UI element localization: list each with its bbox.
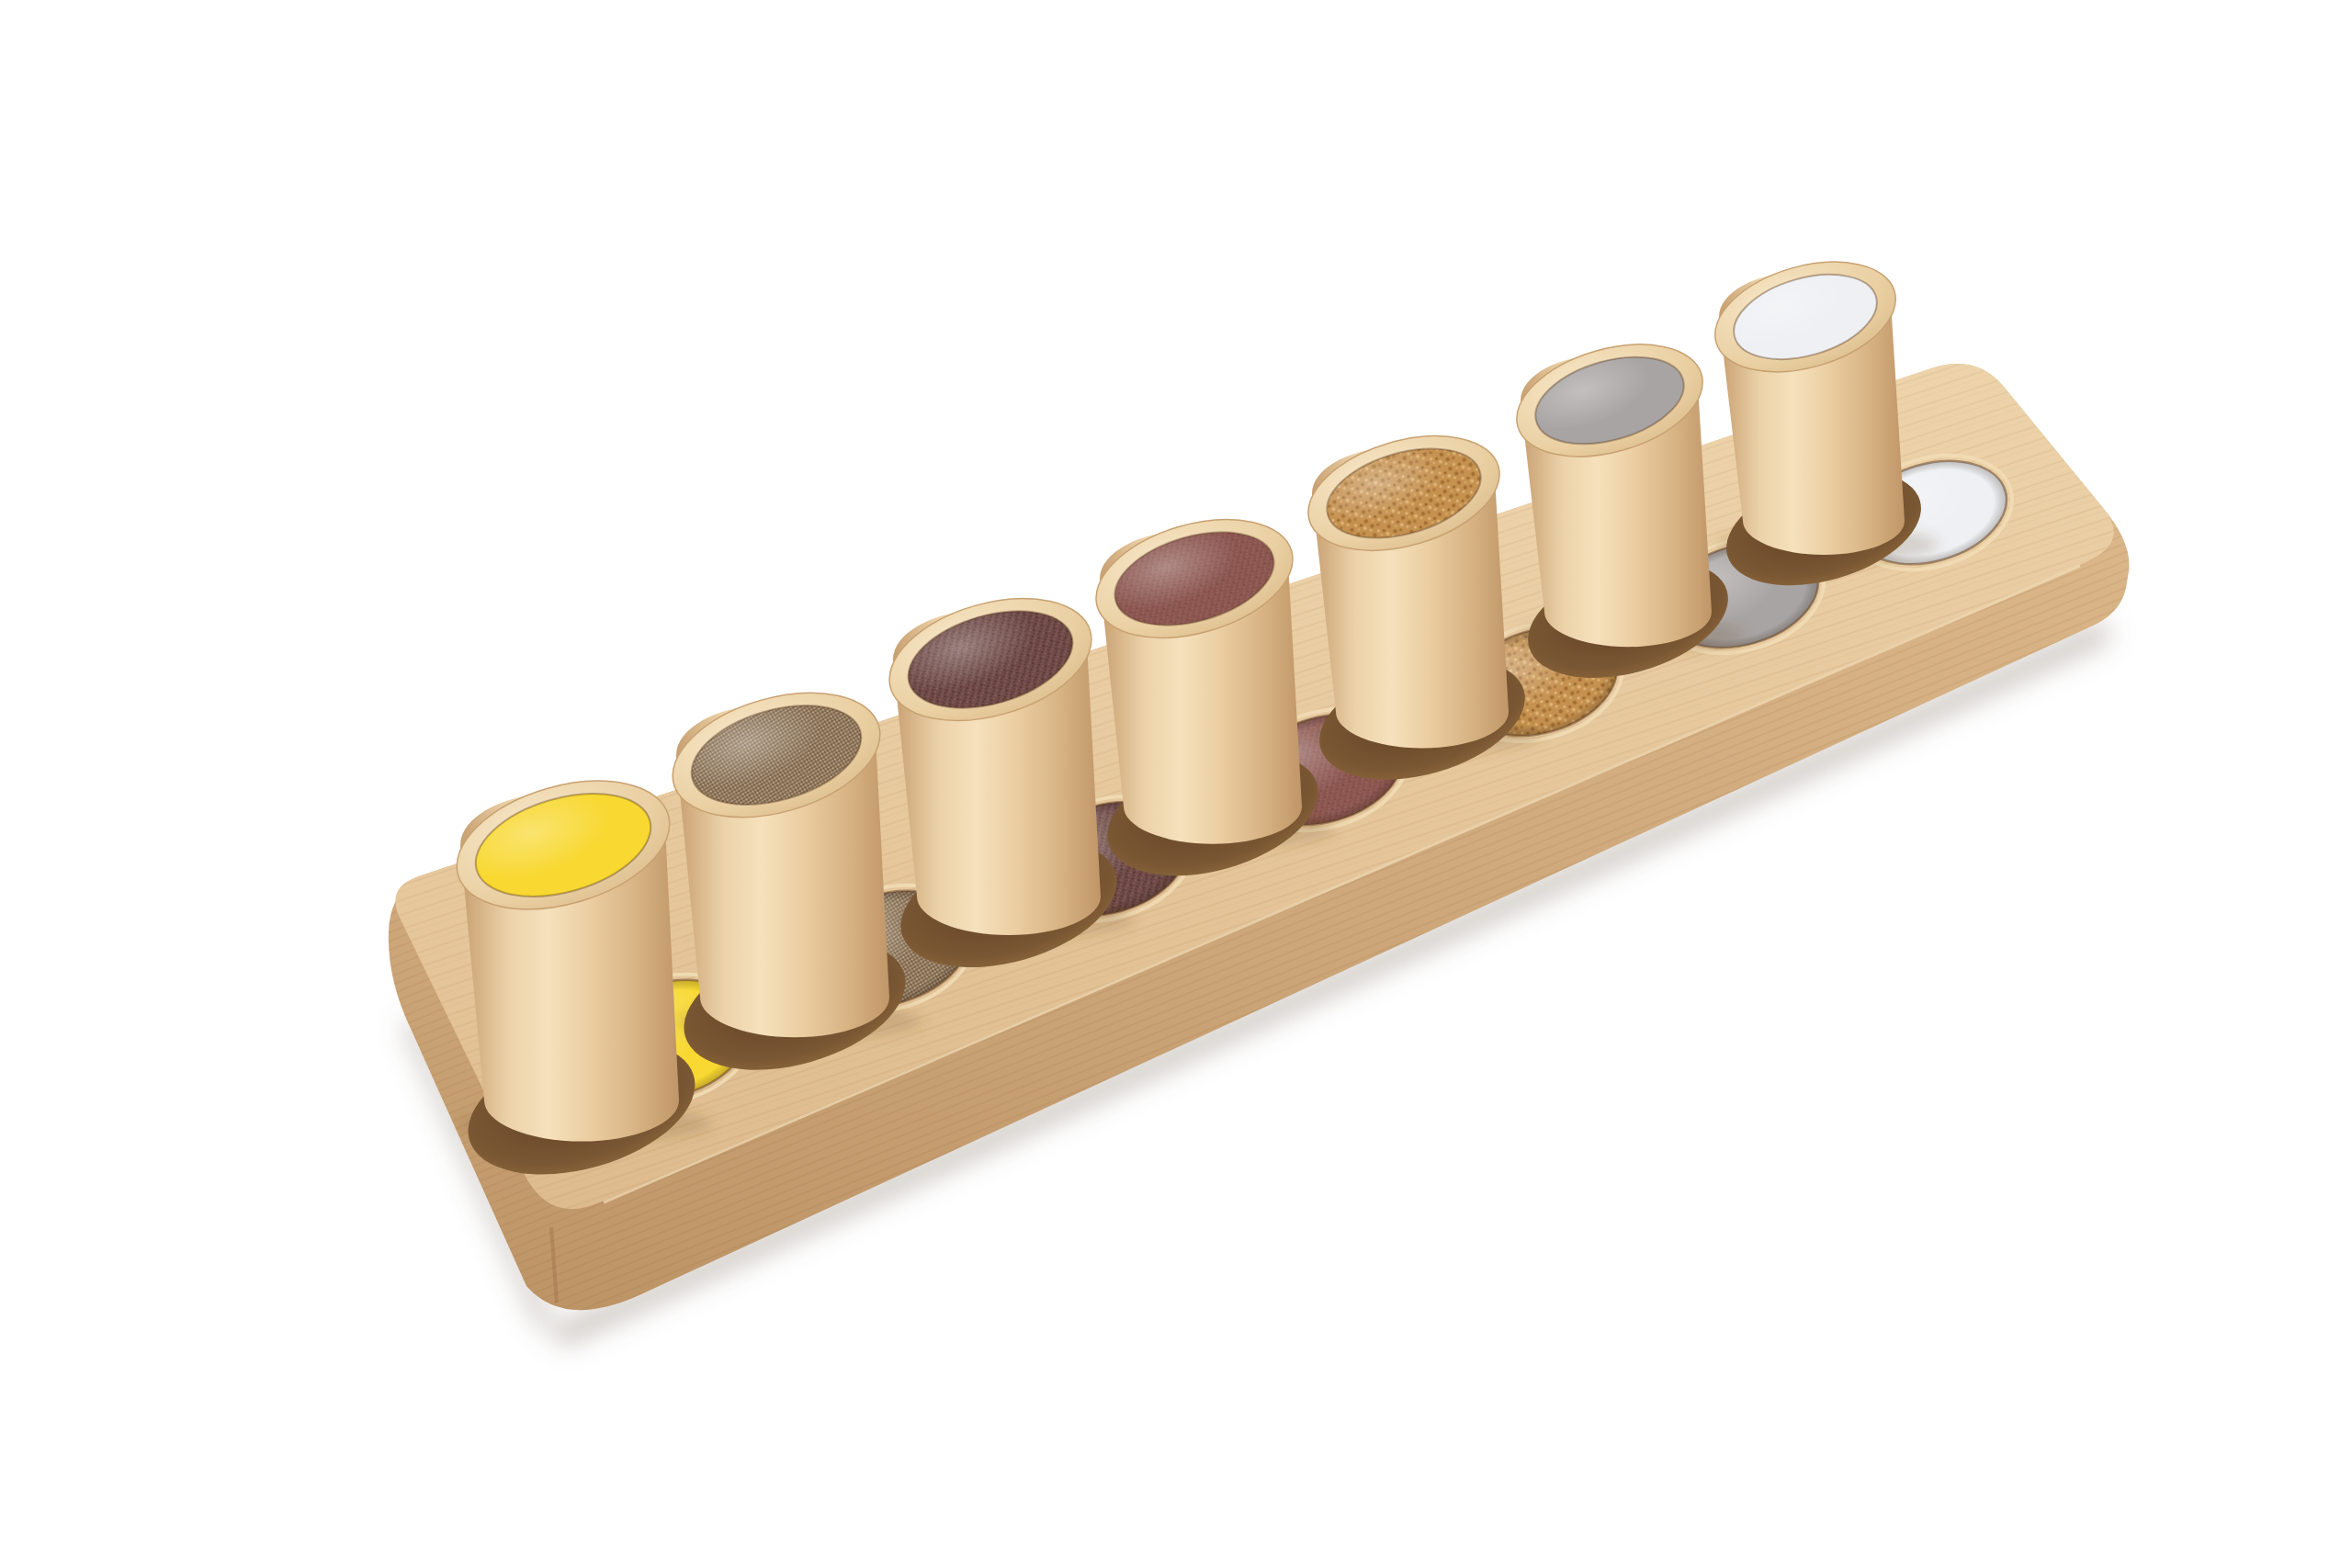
montessori-touch-board-photo — [0, 0, 2352, 1568]
